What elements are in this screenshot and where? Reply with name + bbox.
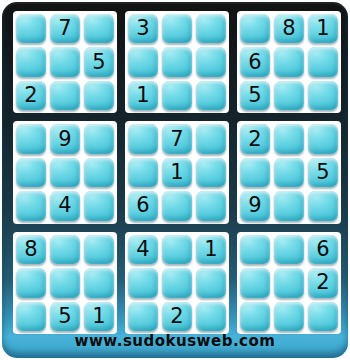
box-0-2: 8165	[237, 11, 341, 113]
cell-r1c8[interactable]: 8	[274, 14, 304, 43]
cell-r5c8[interactable]	[274, 158, 304, 187]
cell-r4c1[interactable]	[16, 124, 46, 153]
box-0-0: 752	[13, 11, 117, 113]
cell-r7c3[interactable]	[84, 235, 114, 264]
cell-r7c9[interactable]: 6	[308, 235, 338, 264]
cell-r1c4[interactable]: 3	[128, 14, 158, 43]
cell-r3c1[interactable]: 2	[16, 81, 46, 110]
cell-r1c3[interactable]	[84, 14, 114, 43]
cell-r4c7[interactable]: 2	[240, 124, 270, 153]
cell-r4c6[interactable]	[196, 124, 226, 153]
box-2-1: 412	[125, 232, 229, 334]
cell-r4c8[interactable]	[274, 124, 304, 153]
cell-r7c2[interactable]	[50, 235, 80, 264]
cell-r8c3[interactable]	[84, 268, 114, 297]
cell-r2c4[interactable]	[128, 47, 158, 76]
cell-r5c6[interactable]	[196, 158, 226, 187]
cell-r9c4[interactable]	[128, 302, 158, 331]
cell-r6c3[interactable]	[84, 191, 114, 220]
cell-r8c9[interactable]: 2	[308, 268, 338, 297]
cell-r3c5[interactable]	[162, 81, 192, 110]
cell-r6c2[interactable]: 4	[50, 191, 80, 220]
cell-r2c6[interactable]	[196, 47, 226, 76]
cell-r7c4[interactable]: 4	[128, 235, 158, 264]
cell-r5c5[interactable]: 1	[162, 158, 192, 187]
cell-r3c3[interactable]	[84, 81, 114, 110]
cell-r8c4[interactable]	[128, 268, 158, 297]
cell-r6c1[interactable]	[16, 191, 46, 220]
cell-r2c5[interactable]	[162, 47, 192, 76]
cell-r1c7[interactable]	[240, 14, 270, 43]
cell-r6c5[interactable]	[162, 191, 192, 220]
cell-r7c7[interactable]	[240, 235, 270, 264]
cell-r8c2[interactable]	[50, 268, 80, 297]
cell-r3c9[interactable]	[308, 81, 338, 110]
sudoku-widget: 7523181659471625985141262 www.sudokusweb…	[0, 0, 350, 360]
cell-r2c2[interactable]	[50, 47, 80, 76]
cell-r1c5[interactable]	[162, 14, 192, 43]
cell-r8c8[interactable]	[274, 268, 304, 297]
cell-r6c4[interactable]: 6	[128, 191, 158, 220]
cell-r5c7[interactable]	[240, 158, 270, 187]
cell-r2c3[interactable]: 5	[84, 47, 114, 76]
cell-r9c8[interactable]	[274, 302, 304, 331]
cell-r9c6[interactable]	[196, 302, 226, 331]
box-2-2: 62	[237, 232, 341, 334]
box-0-1: 31	[125, 11, 229, 113]
cell-r2c8[interactable]	[274, 47, 304, 76]
cell-r8c6[interactable]	[196, 268, 226, 297]
cell-r3c2[interactable]	[50, 81, 80, 110]
cell-r3c4[interactable]: 1	[128, 81, 158, 110]
cell-r5c3[interactable]	[84, 158, 114, 187]
cell-r7c8[interactable]	[274, 235, 304, 264]
cell-r9c5[interactable]: 2	[162, 302, 192, 331]
site-link[interactable]: www.sudokusweb.com	[13, 330, 337, 352]
cell-r5c1[interactable]	[16, 158, 46, 187]
cell-r1c1[interactable]	[16, 14, 46, 43]
cell-r1c2[interactable]: 7	[50, 14, 80, 43]
cell-r5c2[interactable]	[50, 158, 80, 187]
cell-r5c4[interactable]	[128, 158, 158, 187]
cell-r9c7[interactable]	[240, 302, 270, 331]
cell-r4c4[interactable]	[128, 124, 158, 153]
box-1-1: 716	[125, 121, 229, 223]
cell-r7c1[interactable]: 8	[16, 235, 46, 264]
cell-r5c9[interactable]: 5	[308, 158, 338, 187]
box-1-0: 94	[13, 121, 117, 223]
cell-r8c5[interactable]	[162, 268, 192, 297]
cell-r4c9[interactable]	[308, 124, 338, 153]
cell-r3c8[interactable]	[274, 81, 304, 110]
cell-r2c7[interactable]: 6	[240, 47, 270, 76]
cell-r9c2[interactable]: 5	[50, 302, 80, 331]
cell-r1c9[interactable]: 1	[308, 14, 338, 43]
cell-r9c1[interactable]	[16, 302, 46, 331]
cell-r9c3[interactable]: 1	[84, 302, 114, 331]
sudoku-board: 7523181659471625985141262	[13, 11, 341, 334]
cell-r8c1[interactable]	[16, 268, 46, 297]
board-frame: 7523181659471625985141262 www.sudokusweb…	[2, 2, 348, 358]
cell-r1c6[interactable]	[196, 14, 226, 43]
box-2-0: 851	[13, 232, 117, 334]
cell-r6c9[interactable]	[308, 191, 338, 220]
cell-r2c9[interactable]	[308, 47, 338, 76]
cell-r3c6[interactable]	[196, 81, 226, 110]
cell-r9c9[interactable]	[308, 302, 338, 331]
cell-r7c5[interactable]	[162, 235, 192, 264]
cell-r7c6[interactable]: 1	[196, 235, 226, 264]
cell-r4c5[interactable]: 7	[162, 124, 192, 153]
box-1-2: 259	[237, 121, 341, 223]
cell-r4c2[interactable]: 9	[50, 124, 80, 153]
cell-r8c7[interactable]	[240, 268, 270, 297]
cell-r3c7[interactable]: 5	[240, 81, 270, 110]
cell-r6c8[interactable]	[274, 191, 304, 220]
cell-r2c1[interactable]	[16, 47, 46, 76]
cell-r6c6[interactable]	[196, 191, 226, 220]
cell-r4c3[interactable]	[84, 124, 114, 153]
cell-r6c7[interactable]: 9	[240, 191, 270, 220]
